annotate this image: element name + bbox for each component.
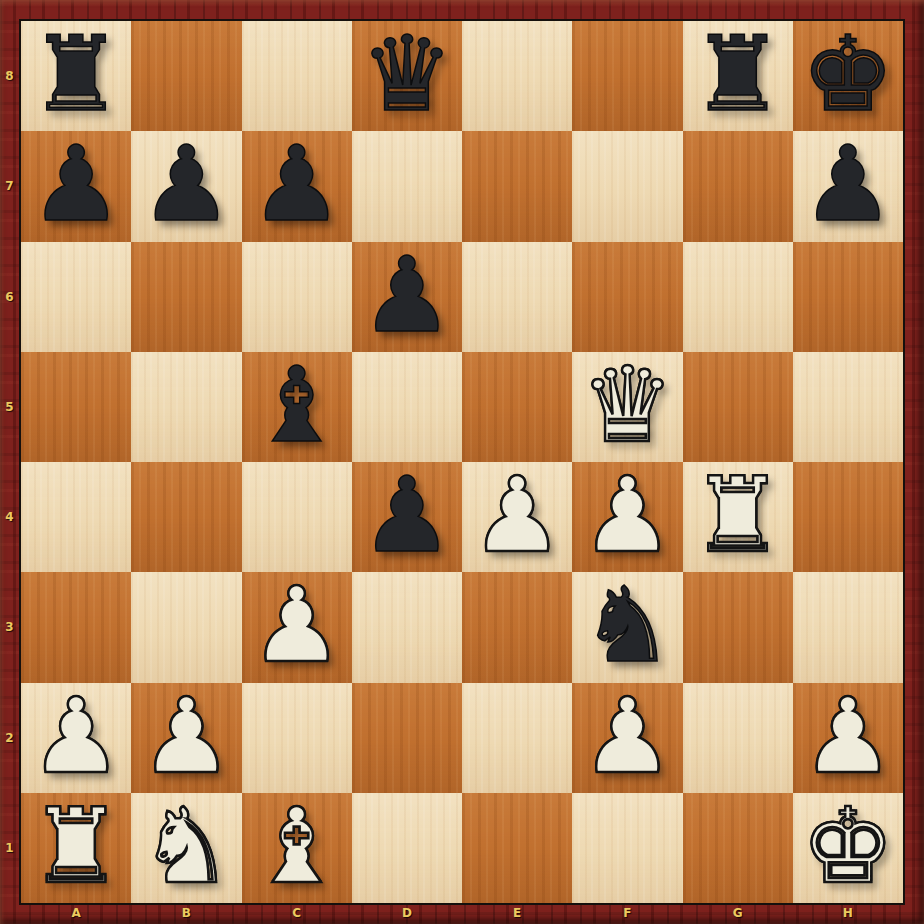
square-g8[interactable]: ♜ <box>683 21 793 131</box>
square-g5[interactable] <box>683 352 793 462</box>
piece-black-pawn-c7[interactable]: ♟ <box>250 129 343 239</box>
square-e5[interactable] <box>462 352 572 462</box>
square-g2[interactable] <box>683 683 793 793</box>
piece-white-pawn-b2[interactable]: ♟ <box>140 681 233 791</box>
rank-label-3: 3 <box>0 572 19 682</box>
square-g1[interactable] <box>683 793 793 903</box>
square-g6[interactable] <box>683 242 793 352</box>
file-label-b: B <box>131 903 241 923</box>
rank-label-7: 7 <box>0 131 19 241</box>
square-a4[interactable] <box>21 462 131 572</box>
square-h8[interactable]: ♚ <box>793 21 903 131</box>
piece-white-knight-b1[interactable]: ♞ <box>140 791 233 901</box>
square-c8[interactable] <box>242 21 352 131</box>
file-label-f: F <box>572 903 682 923</box>
square-a7[interactable]: ♟ <box>21 131 131 241</box>
square-f6[interactable] <box>572 242 682 352</box>
square-e8[interactable] <box>462 21 572 131</box>
square-g4[interactable]: ♜ <box>683 462 793 572</box>
square-c2[interactable] <box>242 683 352 793</box>
square-f3[interactable]: ♞ <box>572 572 682 682</box>
piece-white-pawn-e4[interactable]: ♟ <box>471 460 564 570</box>
piece-black-king-h8[interactable]: ♚ <box>801 19 894 129</box>
file-label-c: C <box>242 903 352 923</box>
rank-coordinates: 87654321 <box>0 21 19 903</box>
piece-white-pawn-f2[interactable]: ♟ <box>581 681 674 791</box>
chess-board-frame: ♜♛♜♚♟♟♟♟♟♝♛♟♟♟♜♟♞♟♟♟♟♜♞♝♚ 87654321 ABCDE… <box>0 0 924 924</box>
square-a6[interactable] <box>21 242 131 352</box>
square-h2[interactable]: ♟ <box>793 683 903 793</box>
square-d8[interactable]: ♛ <box>352 21 462 131</box>
piece-white-pawn-c3[interactable]: ♟ <box>250 570 343 680</box>
piece-white-pawn-f4[interactable]: ♟ <box>581 460 674 570</box>
square-b1[interactable]: ♞ <box>131 793 241 903</box>
piece-white-pawn-h2[interactable]: ♟ <box>801 681 894 791</box>
square-b3[interactable] <box>131 572 241 682</box>
chess-board: ♜♛♜♚♟♟♟♟♟♝♛♟♟♟♜♟♞♟♟♟♟♜♞♝♚ <box>19 19 905 905</box>
square-f1[interactable] <box>572 793 682 903</box>
piece-white-queen-f5[interactable]: ♛ <box>581 350 674 460</box>
square-c5[interactable]: ♝ <box>242 352 352 462</box>
square-a1[interactable]: ♜ <box>21 793 131 903</box>
file-label-g: G <box>683 903 793 923</box>
square-h6[interactable] <box>793 242 903 352</box>
square-c3[interactable]: ♟ <box>242 572 352 682</box>
rank-label-4: 4 <box>0 462 19 572</box>
square-h7[interactable]: ♟ <box>793 131 903 241</box>
square-d1[interactable] <box>352 793 462 903</box>
square-f2[interactable]: ♟ <box>572 683 682 793</box>
square-c1[interactable]: ♝ <box>242 793 352 903</box>
square-h4[interactable] <box>793 462 903 572</box>
square-c7[interactable]: ♟ <box>242 131 352 241</box>
square-e6[interactable] <box>462 242 572 352</box>
piece-white-rook-g4[interactable]: ♜ <box>691 460 784 570</box>
rank-label-6: 6 <box>0 242 19 352</box>
piece-black-bishop-c5[interactable]: ♝ <box>250 350 343 460</box>
rank-label-8: 8 <box>0 21 19 131</box>
piece-black-rook-g8[interactable]: ♜ <box>691 19 784 129</box>
square-d5[interactable] <box>352 352 462 462</box>
piece-black-queen-d8[interactable]: ♛ <box>360 19 453 129</box>
square-d2[interactable] <box>352 683 462 793</box>
file-label-e: E <box>462 903 572 923</box>
square-f8[interactable] <box>572 21 682 131</box>
square-f7[interactable] <box>572 131 682 241</box>
square-h1[interactable]: ♚ <box>793 793 903 903</box>
square-e1[interactable] <box>462 793 572 903</box>
square-b8[interactable] <box>131 21 241 131</box>
square-c4[interactable] <box>242 462 352 572</box>
piece-white-king-h1[interactable]: ♚ <box>801 791 894 901</box>
piece-black-pawn-h7[interactable]: ♟ <box>801 129 894 239</box>
piece-black-rook-a8[interactable]: ♜ <box>30 19 123 129</box>
piece-black-pawn-b7[interactable]: ♟ <box>140 129 233 239</box>
square-a5[interactable] <box>21 352 131 462</box>
file-coordinates: ABCDEFGH <box>21 903 903 923</box>
square-d3[interactable] <box>352 572 462 682</box>
square-b5[interactable] <box>131 352 241 462</box>
piece-white-bishop-c1[interactable]: ♝ <box>250 791 343 901</box>
square-d4[interactable]: ♟ <box>352 462 462 572</box>
square-h3[interactable] <box>793 572 903 682</box>
square-e3[interactable] <box>462 572 572 682</box>
rank-label-1: 1 <box>0 793 19 903</box>
square-d7[interactable] <box>352 131 462 241</box>
square-e7[interactable] <box>462 131 572 241</box>
piece-black-pawn-d4[interactable]: ♟ <box>360 460 453 570</box>
square-a8[interactable]: ♜ <box>21 21 131 131</box>
file-label-d: D <box>352 903 462 923</box>
square-g7[interactable] <box>683 131 793 241</box>
square-b2[interactable]: ♟ <box>131 683 241 793</box>
square-b4[interactable] <box>131 462 241 572</box>
piece-white-pawn-a2[interactable]: ♟ <box>30 681 123 791</box>
square-h5[interactable] <box>793 352 903 462</box>
square-d6[interactable]: ♟ <box>352 242 462 352</box>
piece-black-pawn-a7[interactable]: ♟ <box>30 129 123 239</box>
square-e4[interactable]: ♟ <box>462 462 572 572</box>
rank-label-5: 5 <box>0 352 19 462</box>
piece-black-knight-f3[interactable]: ♞ <box>581 570 674 680</box>
square-f4[interactable]: ♟ <box>572 462 682 572</box>
square-b7[interactable]: ♟ <box>131 131 241 241</box>
square-a3[interactable] <box>21 572 131 682</box>
piece-white-rook-a1[interactable]: ♜ <box>30 791 123 901</box>
square-f5[interactable]: ♛ <box>572 352 682 462</box>
rank-label-2: 2 <box>0 683 19 793</box>
square-c6[interactable] <box>242 242 352 352</box>
file-label-a: A <box>21 903 131 923</box>
square-b6[interactable] <box>131 242 241 352</box>
square-g3[interactable] <box>683 572 793 682</box>
square-e2[interactable] <box>462 683 572 793</box>
file-label-h: H <box>793 903 903 923</box>
square-a2[interactable]: ♟ <box>21 683 131 793</box>
piece-black-pawn-d6[interactable]: ♟ <box>360 240 453 350</box>
